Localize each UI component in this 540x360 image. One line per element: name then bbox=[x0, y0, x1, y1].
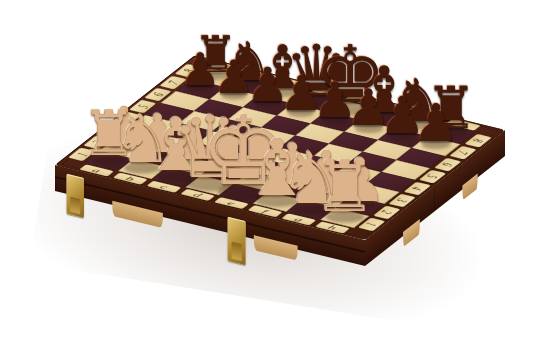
black-pawn-h7: ♟ bbox=[413, 97, 460, 149]
chess-set-photo: aa88bb77cc66dd55ee44ff33gg22hh11 ♜♞♝♛♚♝♞… bbox=[0, 0, 540, 360]
white-rook-h1: ♜ bbox=[313, 152, 376, 222]
brass-clasp-icon bbox=[228, 217, 246, 265]
brass-clasp-icon bbox=[66, 174, 84, 218]
